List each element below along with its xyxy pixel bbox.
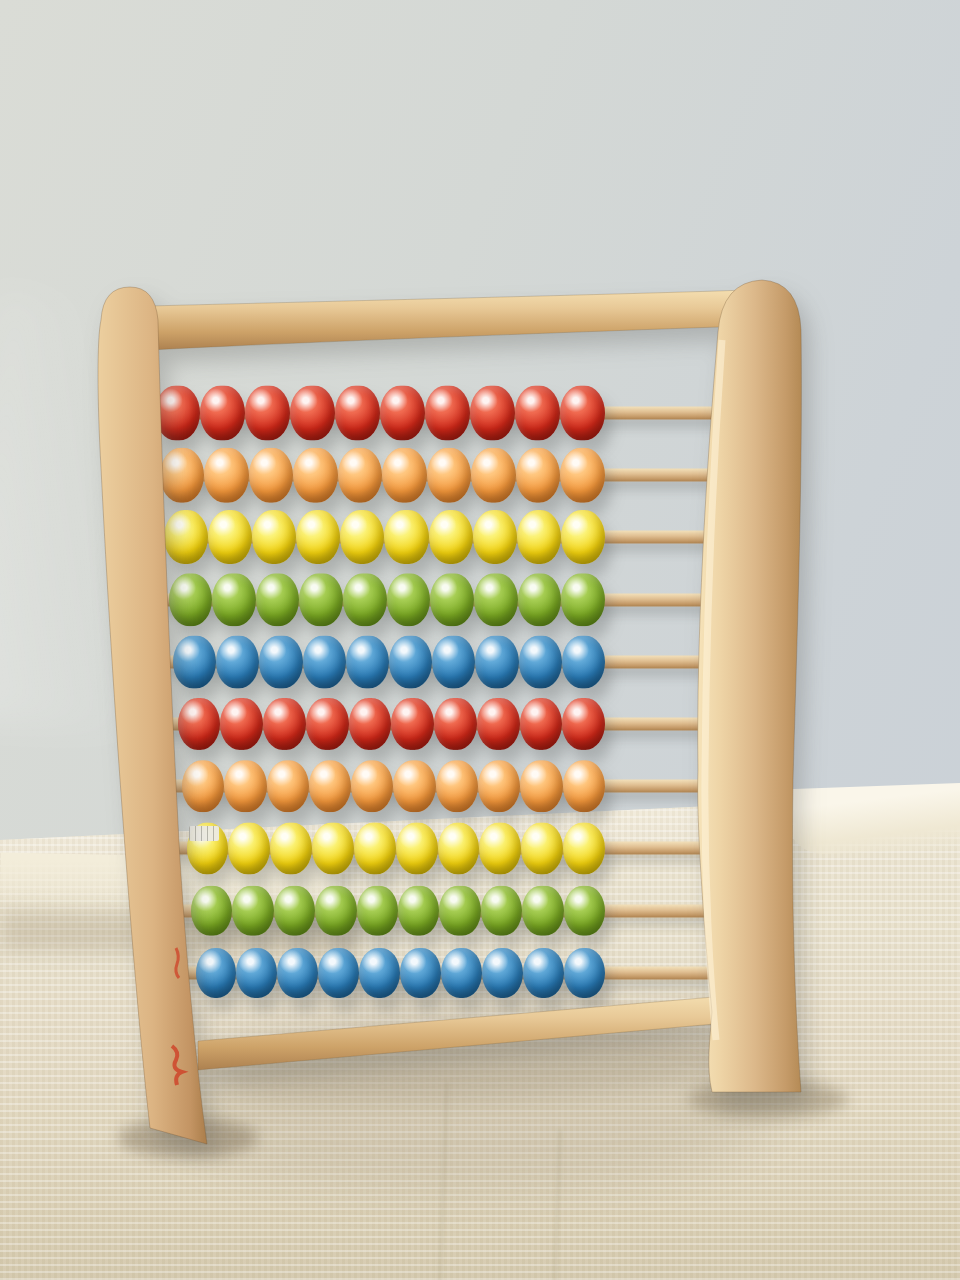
bead-blue[interactable] [562,635,605,688]
abacus-row-2 [150,444,746,506]
bead-green[interactable] [481,885,522,936]
bead-red[interactable] [220,698,263,750]
bead-red[interactable] [306,698,349,750]
bead-group [182,760,605,812]
bead-yellow[interactable] [354,823,396,874]
bead-red[interactable] [562,698,605,750]
bead-green[interactable] [274,885,315,936]
bead-green[interactable] [169,573,213,626]
bead-yellow[interactable] [252,511,296,565]
bead-orange[interactable] [393,760,435,812]
bead-green[interactable] [387,573,431,626]
bead-red[interactable] [560,386,605,441]
bottom-crossbar [198,995,737,1070]
bead-yellow[interactable] [429,511,473,565]
bead-red[interactable] [425,386,470,441]
paper-sticker [189,826,219,841]
bead-red[interactable] [263,698,306,750]
abacus-row-8 [150,817,746,879]
bead-blue[interactable] [359,948,400,998]
bead-blue[interactable] [216,635,259,688]
bead-group [173,635,605,688]
bead-green[interactable] [564,885,605,936]
bead-red[interactable] [335,386,380,441]
bead-orange[interactable] [224,760,266,812]
abacus-row-10 [150,942,746,1004]
bead-red[interactable] [200,386,245,441]
abacus-row-1 [150,382,746,444]
bead-yellow[interactable] [340,511,384,565]
bead-orange[interactable] [563,760,605,812]
bead-blue[interactable] [277,948,318,998]
bead-red[interactable] [290,386,335,441]
abacus-row-3 [150,506,746,568]
bead-orange[interactable] [293,448,338,502]
bead-red[interactable] [434,698,477,750]
bead-green[interactable] [522,885,563,936]
bead-yellow[interactable] [384,511,428,565]
bead-group [191,885,605,936]
bead-green[interactable] [343,573,387,626]
bead-blue[interactable] [236,948,277,998]
bead-orange[interactable] [249,448,294,502]
bead-orange[interactable] [471,448,516,502]
bead-red[interactable] [520,698,563,750]
bead-orange[interactable] [382,448,427,502]
bead-orange[interactable] [182,760,224,812]
bead-yellow[interactable] [312,823,354,874]
bead-green[interactable] [256,573,300,626]
bead-blue[interactable] [400,948,441,998]
bead-green[interactable] [315,885,356,936]
bead-group [169,573,605,626]
bead-red[interactable] [515,386,560,441]
bead-green[interactable] [398,885,439,936]
bead-yellow[interactable] [517,511,561,565]
bead-yellow[interactable] [521,823,563,874]
bead-group [187,823,605,874]
bead-green[interactable] [474,573,518,626]
bead-green[interactable] [232,885,273,936]
bead-blue[interactable] [259,635,302,688]
bead-yellow[interactable] [473,511,517,565]
bead-blue[interactable] [432,635,475,688]
bead-red[interactable] [245,386,290,441]
bead-group [196,948,605,998]
bead-orange[interactable] [309,760,351,812]
bead-red[interactable] [380,386,425,441]
bead-rows [150,382,746,1004]
bead-yellow[interactable] [479,823,521,874]
bead-green[interactable] [212,573,256,626]
bead-green[interactable] [518,573,562,626]
bead-yellow[interactable] [208,511,252,565]
bead-red[interactable] [470,386,515,441]
bead-red[interactable] [349,698,392,750]
bead-blue[interactable] [173,635,216,688]
bead-green[interactable] [357,885,398,936]
bead-yellow[interactable] [438,823,480,874]
abacus-row-4 [150,569,746,631]
bead-green[interactable] [561,573,605,626]
bead-blue[interactable] [482,948,523,998]
bead-blue[interactable] [346,635,389,688]
bead-group [178,698,606,750]
bead-orange[interactable] [204,448,249,502]
bead-blue[interactable] [196,948,237,998]
bead-blue[interactable] [523,948,564,998]
bead-yellow[interactable] [561,511,605,565]
bead-yellow[interactable] [228,823,270,874]
bead-group [160,448,605,502]
bead-blue[interactable] [475,635,518,688]
bead-yellow[interactable] [270,823,312,874]
bead-yellow[interactable] [296,511,340,565]
bead-blue[interactable] [564,948,605,998]
bead-orange[interactable] [520,760,562,812]
abacus-row-7 [150,755,746,817]
bead-blue[interactable] [389,635,432,688]
bead-yellow[interactable] [396,823,438,874]
bead-yellow[interactable] [563,823,605,874]
bead-green[interactable] [430,573,474,626]
bead-group [155,386,605,441]
bead-red[interactable] [155,386,200,441]
abacus [0,0,960,1280]
red-crayon-mark [172,1046,182,1085]
bead-blue[interactable] [519,635,562,688]
bead-red[interactable] [391,698,434,750]
bead-group [164,511,605,565]
bead-blue[interactable] [318,948,359,998]
bead-green[interactable] [191,885,232,936]
abacus-row-5 [150,631,746,693]
bead-orange[interactable] [338,448,383,502]
bead-blue[interactable] [441,948,482,998]
abacus-row-6 [150,693,746,755]
bead-yellow[interactable] [164,511,208,565]
bead-blue[interactable] [303,635,346,688]
bead-orange[interactable] [351,760,393,812]
bead-orange[interactable] [436,760,478,812]
photo-scene [0,0,960,1280]
bead-green[interactable] [439,885,480,936]
bead-green[interactable] [299,573,343,626]
bead-orange[interactable] [560,448,605,502]
bead-orange[interactable] [267,760,309,812]
top-crossbar [150,290,748,350]
bead-orange[interactable] [478,760,520,812]
bead-red[interactable] [178,698,221,750]
bead-orange[interactable] [160,448,205,502]
abacus-row-9 [150,880,746,942]
bead-orange[interactable] [427,448,472,502]
bead-red[interactable] [477,698,520,750]
bead-orange[interactable] [516,448,561,502]
